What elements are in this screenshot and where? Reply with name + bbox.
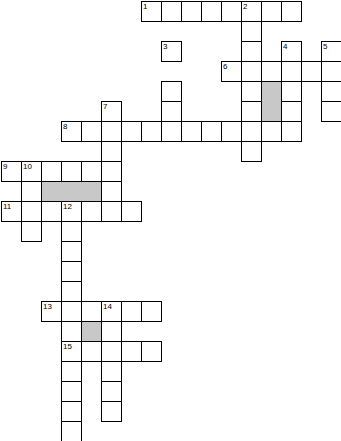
cell-r15c5[interactable]: 14 — [101, 301, 122, 322]
cell-r8c1[interactable]: 10 — [21, 161, 42, 182]
cell-r3c16[interactable] — [321, 61, 341, 82]
cell-r14c3[interactable] — [61, 281, 82, 302]
cell-r8c3[interactable] — [61, 161, 82, 182]
clue-number: 9 — [3, 162, 7, 171]
cell-r7c12[interactable] — [241, 141, 262, 162]
cell-r4c8[interactable] — [161, 81, 182, 102]
cell-r10c6[interactable] — [121, 201, 142, 222]
clue-number: 2 — [243, 2, 247, 11]
cell-r20c5[interactable] — [101, 401, 122, 422]
cell-r17c7[interactable] — [141, 341, 162, 362]
cell-r10c0[interactable]: 11 — [1, 201, 22, 222]
cell-r3c14[interactable] — [281, 61, 302, 82]
cell-r0c9[interactable] — [181, 1, 202, 22]
cell-r10c1[interactable] — [21, 201, 42, 222]
clue-number: 6 — [223, 62, 227, 71]
clue-number: 4 — [283, 42, 287, 51]
cell-r8c5[interactable] — [101, 161, 122, 182]
cell-r4c14[interactable] — [281, 81, 302, 102]
cell-r5c5[interactable]: 7 — [101, 101, 122, 122]
cell-r18c5[interactable] — [101, 361, 122, 382]
cell-r6c11[interactable] — [221, 121, 242, 142]
cell-r10c3[interactable]: 12 — [61, 201, 82, 222]
cell-r6c9[interactable] — [181, 121, 202, 142]
cell-r17c4[interactable] — [81, 341, 102, 362]
cell-r16c5[interactable] — [101, 321, 122, 342]
clue-number: 7 — [103, 102, 107, 111]
cell-r4c12[interactable] — [241, 81, 262, 102]
cell-r1c12[interactable] — [241, 21, 262, 42]
cell-r17c3[interactable]: 15 — [61, 341, 82, 362]
cell-r5c14[interactable] — [281, 101, 302, 122]
cell-r4c13[interactable] — [261, 81, 282, 102]
cell-r6c7[interactable] — [141, 121, 162, 142]
cell-r10c4[interactable] — [81, 201, 102, 222]
cell-r6c4[interactable] — [81, 121, 102, 142]
clue-number: 1 — [143, 2, 147, 11]
cell-r5c16[interactable] — [321, 101, 341, 122]
clue-number: 5 — [323, 42, 327, 51]
cell-r3c13[interactable] — [261, 61, 282, 82]
clue-number: 10 — [23, 162, 32, 171]
cell-r4c16[interactable] — [321, 81, 341, 102]
cell-r8c2[interactable] — [41, 161, 62, 182]
cell-r10c5[interactable] — [101, 201, 122, 222]
cell-r5c13[interactable] — [261, 101, 282, 122]
cell-r19c3[interactable] — [61, 381, 82, 402]
cell-r3c11[interactable]: 6 — [221, 61, 242, 82]
cell-r12c3[interactable] — [61, 241, 82, 262]
cell-r18c3[interactable] — [61, 361, 82, 382]
cell-r2c14[interactable]: 4 — [281, 41, 302, 62]
cell-r5c12[interactable] — [241, 101, 262, 122]
cell-r17c5[interactable] — [101, 341, 122, 362]
cell-r3c12[interactable] — [241, 61, 262, 82]
cell-r3c15[interactable] — [301, 61, 322, 82]
clue-number: 15 — [63, 342, 72, 351]
cell-r9c5[interactable] — [101, 181, 122, 202]
clue-number: 13 — [43, 302, 52, 311]
cell-r6c6[interactable] — [121, 121, 142, 142]
cell-r2c16[interactable]: 5 — [321, 41, 341, 62]
cell-r6c13[interactable] — [261, 121, 282, 142]
cell-r6c3[interactable]: 8 — [61, 121, 82, 142]
cell-r15c4[interactable] — [81, 301, 102, 322]
cell-r11c3[interactable] — [61, 221, 82, 242]
cell-r5c8[interactable] — [161, 101, 182, 122]
cell-r8c0[interactable]: 9 — [1, 161, 22, 182]
cell-r0c13[interactable] — [261, 1, 282, 22]
cell-r9c2[interactable] — [41, 181, 62, 202]
clue-number: 11 — [3, 202, 11, 211]
cell-r0c12[interactable]: 2 — [241, 1, 262, 22]
clue-number: 3 — [163, 42, 167, 51]
cell-r15c2[interactable]: 13 — [41, 301, 62, 322]
cell-r21c3[interactable] — [61, 421, 82, 441]
clue-number: 8 — [63, 122, 67, 131]
cell-r0c8[interactable] — [161, 1, 182, 22]
cell-r7c5[interactable] — [101, 141, 122, 162]
cell-r6c10[interactable] — [201, 121, 222, 142]
cell-r16c3[interactable] — [61, 321, 82, 342]
cell-r11c1[interactable] — [21, 221, 42, 242]
cell-r0c11[interactable] — [221, 1, 242, 22]
cell-r0c7[interactable]: 1 — [141, 1, 162, 22]
cell-r13c3[interactable] — [61, 261, 82, 282]
cell-r10c2[interactable] — [41, 201, 62, 222]
cell-r20c3[interactable] — [61, 401, 82, 422]
cell-r0c14[interactable] — [281, 1, 302, 22]
crossword-board: 123456789101112131415 — [1, 1, 341, 441]
cell-r17c6[interactable] — [121, 341, 142, 362]
cell-r9c3[interactable] — [61, 181, 82, 202]
cell-r9c1[interactable] — [21, 181, 42, 202]
cell-r16c4[interactable] — [81, 321, 102, 342]
clue-number: 12 — [63, 202, 72, 211]
cell-r6c14[interactable] — [281, 121, 302, 142]
cell-r0c10[interactable] — [201, 1, 222, 22]
cell-r15c6[interactable] — [121, 301, 142, 322]
cell-r2c8[interactable]: 3 — [161, 41, 182, 62]
cell-r15c3[interactable] — [61, 301, 82, 322]
cell-r6c5[interactable] — [101, 121, 122, 142]
cell-r6c12[interactable] — [241, 121, 262, 142]
cell-r15c7[interactable] — [141, 301, 162, 322]
cell-r6c8[interactable] — [161, 121, 182, 142]
clue-number: 14 — [103, 302, 112, 311]
cell-r2c12[interactable] — [241, 41, 262, 62]
cell-r19c5[interactable] — [101, 381, 122, 402]
cell-r9c4[interactable] — [81, 181, 102, 202]
cell-r8c4[interactable] — [81, 161, 102, 182]
